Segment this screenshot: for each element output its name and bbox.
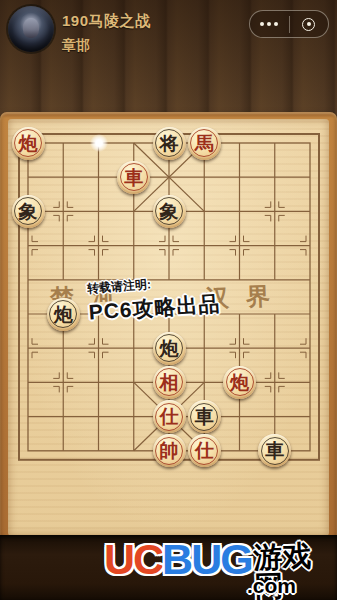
player-avatar (8, 6, 54, 52)
piece-red[interactable]: 仕 (153, 400, 186, 433)
piece-glyph: 象 (19, 202, 38, 221)
piece-black[interactable]: 炮 (153, 332, 186, 365)
piece-red[interactable]: 仕 (188, 434, 221, 467)
piece-glyph: 相 (160, 373, 179, 392)
piece-glyph: 帥 (160, 441, 179, 460)
piece-red[interactable]: 馬 (188, 127, 221, 160)
piece-glyph: 車 (265, 441, 284, 460)
last-move-marker (90, 134, 108, 152)
piece-glyph: 炮 (19, 134, 38, 153)
miniprogram-capsule (249, 10, 329, 38)
piece-red[interactable]: 帥 (153, 434, 186, 467)
piece-red[interactable]: 炮 (223, 366, 256, 399)
more-button[interactable] (250, 11, 289, 37)
piece-glyph: 将 (160, 134, 179, 153)
piece-black[interactable]: 車 (188, 400, 221, 433)
close-button[interactable] (290, 11, 329, 37)
piece-glyph: 象 (160, 202, 179, 221)
level-title: 190马陵之战 (62, 12, 151, 31)
title-block: 190马陵之战 章邯 (62, 12, 151, 55)
piece-red[interactable]: 相 (153, 366, 186, 399)
bottom-bar: 14 (0, 535, 337, 600)
piece-red[interactable]: 炮 (12, 127, 45, 160)
piece-red[interactable]: 車 (117, 161, 150, 194)
piece-black[interactable]: 象 (12, 195, 45, 228)
piece-glyph: 炮 (230, 373, 249, 392)
top-bar: 190马陵之战 章邯 (0, 0, 337, 112)
piece-glyph: 炮 (160, 339, 179, 358)
piece-glyph: 仕 (195, 441, 214, 460)
piece-glyph: 仕 (160, 407, 179, 426)
target-circle-icon (302, 18, 315, 31)
app-screen: 190马陵之战 章邯 楚河 汉界 炮将馬車象象炮炮相炮仕車帥仕車 转载请注明: … (0, 0, 337, 600)
more-dots-icon (260, 22, 278, 26)
piece-black[interactable]: 象 (153, 195, 186, 228)
piece-glyph: 炮 (54, 305, 73, 324)
opponent-name: 章邯 (62, 37, 151, 55)
piece-glyph: 馬 (195, 134, 214, 153)
piece-glyph: 車 (195, 407, 214, 426)
piece-black[interactable]: 将 (153, 127, 186, 160)
piece-glyph: 車 (124, 168, 143, 187)
piece-black[interactable]: 炮 (47, 298, 80, 331)
